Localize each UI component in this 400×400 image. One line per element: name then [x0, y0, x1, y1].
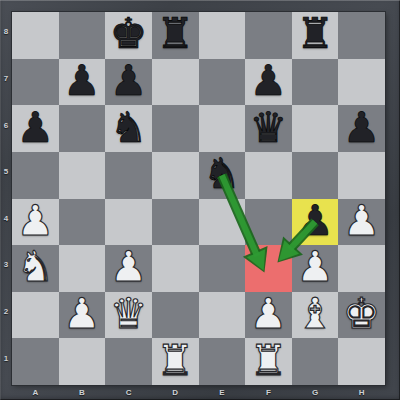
square-d6[interactable] [152, 105, 199, 152]
file-label-g: G [312, 388, 318, 397]
white-pawn-piece: ♟ [250, 293, 288, 335]
square-d8[interactable]: ♜ [152, 12, 199, 59]
square-d4[interactable] [152, 199, 199, 246]
square-c3[interactable]: ♟ [105, 245, 152, 292]
square-c2[interactable]: ♛ [105, 292, 152, 339]
square-f3[interactable] [245, 245, 292, 292]
square-a7[interactable] [12, 59, 59, 106]
square-f8[interactable] [245, 12, 292, 59]
white-pawn-piece: ♟ [110, 246, 148, 288]
square-c4[interactable] [105, 199, 152, 246]
white-pawn-piece: ♟ [16, 200, 54, 242]
square-g4[interactable]: ♟ [292, 199, 339, 246]
file-label-a: A [32, 388, 38, 397]
square-e2[interactable] [199, 292, 246, 339]
rank-label-6: 6 [4, 120, 8, 129]
rank-label-7: 7 [4, 73, 8, 82]
square-d7[interactable] [152, 59, 199, 106]
square-e8[interactable] [199, 12, 246, 59]
black-pawn-piece: ♟ [296, 200, 334, 242]
square-g1[interactable] [292, 338, 339, 385]
square-e1[interactable] [199, 338, 246, 385]
square-g3[interactable]: ♟ [292, 245, 339, 292]
rank-label-1: 1 [4, 353, 8, 362]
square-c6[interactable]: ♞ [105, 105, 152, 152]
square-a3[interactable]: ♞ [12, 245, 59, 292]
square-f4[interactable] [245, 199, 292, 246]
black-pawn-piece: ♟ [250, 60, 288, 102]
square-h1[interactable] [338, 338, 385, 385]
black-rook-piece: ♜ [296, 13, 334, 55]
square-g7[interactable] [292, 59, 339, 106]
square-h2[interactable]: ♚ [338, 292, 385, 339]
square-f5[interactable] [245, 152, 292, 199]
square-a2[interactable] [12, 292, 59, 339]
square-f7[interactable]: ♟ [245, 59, 292, 106]
file-label-h: H [359, 388, 365, 397]
rank-label-2: 2 [4, 307, 8, 316]
square-g8[interactable]: ♜ [292, 12, 339, 59]
chess-board: ♚♜♜♟♟♟♟♞♛♟♞♟♟♟♞♟♟♟♛♟♝♚♜♜ [12, 12, 385, 385]
square-a1[interactable] [12, 338, 59, 385]
white-rook-piece: ♜ [250, 340, 288, 382]
black-knight-piece: ♞ [110, 107, 148, 149]
square-a5[interactable] [12, 152, 59, 199]
rank-label-8: 8 [4, 27, 8, 36]
square-e7[interactable] [199, 59, 246, 106]
rank-label-3: 3 [4, 260, 8, 269]
file-label-e: E [219, 388, 224, 397]
square-g6[interactable] [292, 105, 339, 152]
square-f6[interactable]: ♛ [245, 105, 292, 152]
square-c8[interactable]: ♚ [105, 12, 152, 59]
black-pawn-piece: ♟ [16, 107, 54, 149]
white-queen-piece: ♛ [110, 293, 148, 335]
square-d2[interactable] [152, 292, 199, 339]
white-king-piece: ♚ [343, 293, 381, 335]
rank-label-5: 5 [4, 167, 8, 176]
black-pawn-piece: ♟ [343, 107, 381, 149]
square-d5[interactable] [152, 152, 199, 199]
black-pawn-piece: ♟ [110, 60, 148, 102]
square-h4[interactable]: ♟ [338, 199, 385, 246]
square-b7[interactable]: ♟ [59, 59, 106, 106]
square-g5[interactable] [292, 152, 339, 199]
square-c1[interactable] [105, 338, 152, 385]
square-b5[interactable] [59, 152, 106, 199]
square-c5[interactable] [105, 152, 152, 199]
black-knight-piece: ♞ [203, 153, 241, 195]
square-g2[interactable]: ♝ [292, 292, 339, 339]
file-label-b: B [79, 388, 85, 397]
square-b6[interactable] [59, 105, 106, 152]
square-a8[interactable] [12, 12, 59, 59]
square-b8[interactable] [59, 12, 106, 59]
square-a6[interactable]: ♟ [12, 105, 59, 152]
file-label-f: F [266, 388, 271, 397]
white-pawn-piece: ♟ [296, 246, 334, 288]
white-rook-piece: ♜ [156, 340, 194, 382]
square-e5[interactable]: ♞ [199, 152, 246, 199]
square-e4[interactable] [199, 199, 246, 246]
black-pawn-piece: ♟ [63, 60, 101, 102]
square-c7[interactable]: ♟ [105, 59, 152, 106]
file-label-d: D [172, 388, 178, 397]
square-d3[interactable] [152, 245, 199, 292]
square-h3[interactable] [338, 245, 385, 292]
white-pawn-piece: ♟ [63, 293, 101, 335]
square-b1[interactable] [59, 338, 106, 385]
square-a4[interactable]: ♟ [12, 199, 59, 246]
black-king-piece: ♚ [110, 13, 148, 55]
square-f2[interactable]: ♟ [245, 292, 292, 339]
square-h5[interactable] [338, 152, 385, 199]
white-bishop-piece: ♝ [296, 293, 334, 335]
black-queen-piece: ♛ [250, 107, 288, 149]
file-label-c: C [126, 388, 132, 397]
square-h6[interactable]: ♟ [338, 105, 385, 152]
square-e3[interactable] [199, 245, 246, 292]
white-pawn-piece: ♟ [343, 200, 381, 242]
rank-label-4: 4 [4, 213, 8, 222]
square-h8[interactable] [338, 12, 385, 59]
white-knight-piece: ♞ [16, 246, 54, 288]
square-f1[interactable]: ♜ [245, 338, 292, 385]
black-rook-piece: ♜ [156, 13, 194, 55]
square-d1[interactable]: ♜ [152, 338, 199, 385]
square-b2[interactable]: ♟ [59, 292, 106, 339]
square-b4[interactable] [59, 199, 106, 246]
square-h7[interactable] [338, 59, 385, 106]
square-b3[interactable] [59, 245, 106, 292]
chess-board-window: ♚♜♜♟♟♟♟♞♛♟♞♟♟♟♞♟♟♟♛♟♝♚♜♜ 87654321ABCDEFG… [0, 0, 400, 400]
square-e6[interactable] [199, 105, 246, 152]
